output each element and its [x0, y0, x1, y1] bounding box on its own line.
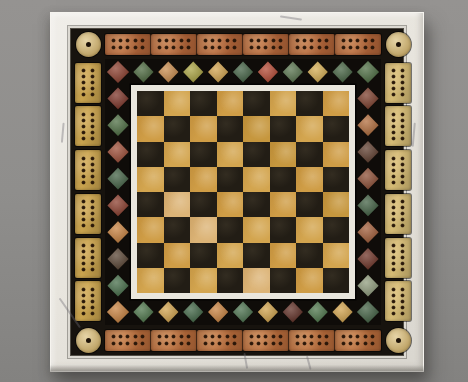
cribbage-block [385, 63, 411, 103]
mosaic-tile [132, 60, 156, 85]
cribbage-holes [75, 194, 101, 234]
chess-square-d3 [217, 217, 244, 242]
mosaic-corner [105, 59, 131, 85]
cribbage-holes [385, 281, 411, 321]
chess-square-g7 [296, 116, 323, 141]
chess-square-e4 [243, 192, 270, 217]
cribbage-hole [310, 39, 313, 42]
cribbage-band [71, 29, 403, 355]
mosaic-diamond [356, 300, 380, 324]
mosaic-diamond [106, 300, 130, 324]
mosaic-tile [132, 300, 156, 325]
cribbage-hole [401, 157, 404, 160]
cribbage-hole [82, 206, 85, 209]
chess-square-b6 [164, 142, 191, 167]
chess-square-d6 [217, 142, 244, 167]
mosaic-tile [106, 219, 131, 245]
mosaic-tile [281, 300, 305, 325]
cribbage-block [75, 194, 101, 234]
mosaic-tile [356, 86, 381, 112]
mosaic-tile [331, 60, 355, 85]
mosaic-diamond [107, 247, 130, 271]
cribbage-block [243, 34, 289, 55]
mosaic-diamond [107, 113, 130, 137]
cribbage-hole [82, 212, 85, 215]
mosaic-diamond [282, 301, 304, 324]
cribbage-hole [401, 125, 404, 128]
cribbage-hole [401, 300, 404, 303]
cribbage-hole [134, 342, 137, 345]
cribbage-hole [119, 335, 122, 338]
cribbage-block [151, 330, 197, 351]
cribbage-hole [401, 137, 404, 140]
cribbage-hole [187, 342, 190, 345]
cribbage-hole [218, 335, 221, 338]
chess-square-c8 [190, 91, 217, 116]
mosaic-diamond [232, 61, 254, 84]
cribbage-hole [401, 175, 404, 178]
mosaic-diamond [207, 301, 229, 324]
cribbage-holes [385, 106, 411, 146]
mosaic-tile [306, 60, 330, 85]
mosaic-strip-top [131, 59, 355, 85]
cribbage-hole [82, 268, 85, 271]
cribbage-hole [310, 342, 313, 345]
cribbage-hole [401, 87, 404, 90]
chess-square-h1 [323, 268, 350, 293]
cribbage-hole [250, 342, 253, 345]
chess-square-h4 [323, 192, 350, 217]
mosaic-diamond [307, 61, 329, 84]
cribbage-hole [91, 312, 94, 315]
cribbage-hole [82, 250, 85, 253]
cribbage-hole [82, 175, 85, 178]
mosaic-tile [106, 86, 131, 112]
cribbage-hole [401, 294, 404, 297]
mosaic-tile [106, 246, 131, 272]
cribbage-hole [392, 169, 395, 172]
cribbage-hole [172, 342, 175, 345]
cribbage-hole [91, 119, 94, 122]
mosaic-tile [256, 300, 280, 325]
chess-square-h6 [323, 142, 350, 167]
cribbage-hole [401, 206, 404, 209]
cribbage-hole [141, 342, 144, 345]
chess-square-h8 [323, 91, 350, 116]
mosaic-diamond [357, 113, 380, 137]
cribbage-block [385, 150, 411, 190]
chess-square-f6 [270, 142, 297, 167]
cribbage-hole [342, 46, 345, 49]
chess-square-h5 [323, 167, 350, 192]
chess-board [137, 91, 349, 293]
cribbage-hole [91, 200, 94, 203]
cribbage-hole [91, 87, 94, 90]
chess-square-b2 [164, 243, 191, 268]
cribbage-hole [158, 335, 161, 338]
chess-square-a3 [137, 217, 164, 242]
cribbage-hole [401, 113, 404, 116]
cribbage-hole [349, 46, 352, 49]
cribbage-hole [325, 335, 328, 338]
cribbage-hole [349, 39, 352, 42]
cribbage-hole [250, 335, 253, 338]
cribbage-hole [211, 335, 214, 338]
cribbage-holes [385, 150, 411, 190]
chess-square-b1 [164, 268, 191, 293]
cribbage-hole [91, 212, 94, 215]
cribbage-hole [112, 39, 115, 42]
cribbage-hole [401, 181, 404, 184]
mosaic-diamond [232, 301, 254, 324]
chess-square-a1 [137, 268, 164, 293]
mosaic-tile [181, 60, 205, 85]
mosaic-diamond [107, 167, 130, 191]
cribbage-hole [204, 335, 207, 338]
mosaic-diamond [106, 60, 130, 84]
cribbage-hole [112, 342, 115, 345]
cribbage-hole [392, 294, 395, 297]
cribbage-hole [91, 131, 94, 134]
cribbage-hole [82, 256, 85, 259]
mosaic-diamond [107, 194, 130, 218]
chess-square-e2 [243, 243, 270, 268]
cribbage-hole [401, 224, 404, 227]
cribbage-hole [392, 206, 395, 209]
mosaic-diamond [207, 61, 229, 84]
cribbage-hole [165, 39, 168, 42]
cribbage-hole [204, 46, 207, 49]
mosaic-tile [206, 300, 230, 325]
mosaic-diamond [357, 194, 380, 218]
cribbage-hole [233, 335, 236, 338]
chess-square-d5 [217, 167, 244, 192]
cribbage-hole [364, 335, 367, 338]
cribbage-hole [371, 46, 374, 49]
cribbage-hole [82, 218, 85, 221]
cribbage-hole [392, 137, 395, 140]
cribbage-holes [289, 34, 335, 55]
cribbage-hole [303, 39, 306, 42]
chess-frame [131, 85, 355, 299]
cribbage-hole [91, 300, 94, 303]
cribbage-hole [392, 244, 395, 247]
mosaic-diamond [157, 301, 179, 324]
cribbage-hole [392, 306, 395, 309]
mosaic-tile [106, 139, 131, 165]
mosaic-diamond [182, 301, 204, 324]
cribbage-block [197, 330, 243, 351]
cribbage-block [75, 238, 101, 278]
cribbage-holes [289, 330, 335, 351]
cribbage-hole [134, 335, 137, 338]
cribbage-hole [82, 137, 85, 140]
cribbage-hole [91, 113, 94, 116]
cribbage-block [75, 106, 101, 146]
chess-square-c3 [190, 217, 217, 242]
cribbage-hole [204, 39, 207, 42]
chess-square-e1 [243, 268, 270, 293]
cribbage-holes [197, 330, 243, 351]
mosaic-diamond [107, 87, 130, 111]
mosaic-strip-bottom [131, 299, 355, 325]
cribbage-hole [91, 250, 94, 253]
cribbage-hole [233, 39, 236, 42]
cribbage-hole [401, 256, 404, 259]
mosaic-diamond [257, 61, 279, 84]
chess-square-e5 [243, 167, 270, 192]
mosaic-corner [355, 299, 381, 325]
cribbage-hole [392, 125, 395, 128]
chess-square-d2 [217, 243, 244, 268]
cribbage-hole [91, 256, 94, 259]
cribbage-hole [172, 46, 175, 49]
chess-square-f4 [270, 192, 297, 217]
cribbage-hole [119, 39, 122, 42]
cribbage-hole [401, 218, 404, 221]
cribbage-hole [392, 262, 395, 265]
cribbage-holes [75, 106, 101, 146]
cribbage-hole [401, 250, 404, 253]
cribbage-hole [401, 81, 404, 84]
cribbage-hole [218, 342, 221, 345]
chess-square-g3 [296, 217, 323, 242]
cribbage-hole [279, 46, 282, 49]
cribbage-hole [264, 342, 267, 345]
games-board [50, 12, 424, 372]
mosaic-diamond [107, 140, 130, 164]
cribbage-start-disc [76, 32, 101, 57]
chess-square-f1 [270, 268, 297, 293]
cribbage-hole [91, 163, 94, 166]
cribbage-hole [401, 262, 404, 265]
cribbage-hole [356, 335, 359, 338]
cribbage-hole [296, 46, 299, 49]
cribbage-hole [187, 46, 190, 49]
cribbage-hole [272, 335, 275, 338]
cribbage-hole [119, 342, 122, 345]
cribbage-hole [165, 335, 168, 338]
cribbage-hole [392, 288, 395, 291]
cribbage-hole [226, 335, 229, 338]
mosaic-tile [256, 60, 280, 85]
cribbage-hole [392, 163, 395, 166]
cribbage-track-top [105, 29, 381, 59]
cribbage-start-disc [386, 32, 411, 57]
cribbage-hole [392, 200, 395, 203]
cribbage-hole [211, 46, 214, 49]
cribbage-corner-top-left [71, 29, 105, 59]
mosaic-diamond [107, 220, 130, 244]
mosaic-diamond [357, 274, 380, 298]
cribbage-hole [233, 342, 236, 345]
mosaic-diamond [107, 274, 130, 298]
mosaic-diamond [332, 61, 354, 84]
chess-square-g4 [296, 192, 323, 217]
mosaic-corner [355, 59, 381, 85]
cribbage-hole [211, 342, 214, 345]
cribbage-hole [91, 157, 94, 160]
chess-square-d4 [217, 192, 244, 217]
cribbage-hole [392, 119, 395, 122]
cribbage-block [289, 34, 335, 55]
chess-square-d7 [217, 116, 244, 141]
chess-square-g8 [296, 91, 323, 116]
cribbage-hole [82, 181, 85, 184]
board-centre [105, 59, 381, 325]
marble-vein [306, 356, 311, 370]
cribbage-hole [272, 39, 275, 42]
cribbage-hole [401, 93, 404, 96]
cribbage-holes [75, 238, 101, 278]
cribbage-hole [392, 131, 395, 134]
cribbage-hole [342, 342, 345, 345]
mosaic-border [105, 59, 381, 325]
cribbage-track-bottom [105, 325, 381, 355]
chess-square-g6 [296, 142, 323, 167]
chess-square-c1 [190, 268, 217, 293]
chess-square-c7 [190, 116, 217, 141]
chess-square-b4 [164, 192, 191, 217]
cribbage-hole [82, 163, 85, 166]
cribbage-hole [342, 39, 345, 42]
cribbage-hole [82, 200, 85, 203]
cribbage-block [385, 281, 411, 321]
cribbage-holes [243, 34, 289, 55]
cribbage-hole [392, 250, 395, 253]
mosaic-tile [306, 300, 330, 325]
chess-square-a7 [137, 116, 164, 141]
cribbage-hole [158, 39, 161, 42]
cribbage-holes [335, 330, 381, 351]
cribbage-hole [349, 342, 352, 345]
cribbage-hole [172, 39, 175, 42]
cribbage-hole [91, 224, 94, 227]
mosaic-diamond [282, 61, 304, 84]
cribbage-holes [151, 330, 197, 351]
chess-square-f5 [270, 167, 297, 192]
mosaic-tile [106, 166, 131, 192]
cribbage-block [289, 330, 335, 351]
cribbage-hole [141, 46, 144, 49]
chess-square-b8 [164, 91, 191, 116]
mosaic-diamond [357, 247, 380, 271]
cribbage-block [335, 34, 381, 55]
cribbage-hole [349, 335, 352, 338]
chess-square-a6 [137, 142, 164, 167]
cribbage-holes [335, 34, 381, 55]
cribbage-hole [180, 335, 183, 338]
cribbage-hole [356, 342, 359, 345]
cribbage-hole [91, 93, 94, 96]
cribbage-hole [318, 335, 321, 338]
mosaic-tile [181, 300, 205, 325]
cribbage-holes [243, 330, 289, 351]
cribbage-block [385, 106, 411, 146]
cribbage-block [243, 330, 289, 351]
cribbage-hole [272, 342, 275, 345]
mosaic-diamond [133, 301, 155, 324]
mosaic-tile [231, 60, 255, 85]
cribbage-hole [134, 46, 137, 49]
mosaic-diamond [133, 61, 155, 84]
chess-square-a8 [137, 91, 164, 116]
marble-vein [61, 123, 64, 143]
mosaic-tile [356, 273, 381, 299]
cribbage-hole [172, 335, 175, 338]
cribbage-hole [392, 81, 395, 84]
cribbage-hole [82, 169, 85, 172]
mosaic-strip-right [355, 85, 381, 299]
cribbage-hole [364, 39, 367, 42]
cribbage-hole [401, 312, 404, 315]
mosaic-diamond [356, 60, 380, 84]
cribbage-corner-bottom-left [71, 325, 105, 355]
cribbage-hole [82, 294, 85, 297]
mosaic-tile [356, 166, 381, 192]
cribbage-hole [226, 46, 229, 49]
cribbage-hole [165, 342, 168, 345]
mosaic-diamond [307, 301, 329, 324]
cribbage-hole [296, 39, 299, 42]
cribbage-hole [303, 46, 306, 49]
cribbage-hole [82, 119, 85, 122]
chess-square-h3 [323, 217, 350, 242]
cribbage-block [335, 330, 381, 351]
mosaic-strip-left [105, 85, 131, 299]
cribbage-hole [134, 39, 137, 42]
cribbage-hole [392, 69, 395, 72]
cribbage-hole [401, 131, 404, 134]
chess-square-c2 [190, 243, 217, 268]
cribbage-hole [392, 224, 395, 227]
cribbage-block [385, 238, 411, 278]
cribbage-hole [392, 113, 395, 116]
cribbage-holes [105, 34, 151, 55]
cribbage-hole [91, 262, 94, 265]
chess-square-g1 [296, 268, 323, 293]
chess-square-h7 [323, 116, 350, 141]
marble-vein [244, 353, 248, 369]
cribbage-corner-top-right [381, 29, 415, 59]
cribbage-hole [279, 335, 282, 338]
cribbage-hole [82, 113, 85, 116]
cribbage-hole [126, 46, 129, 49]
cribbage-hole [264, 39, 267, 42]
mosaic-tile [156, 300, 180, 325]
chess-square-f8 [270, 91, 297, 116]
cribbage-hole [325, 39, 328, 42]
cribbage-hole [303, 342, 306, 345]
cribbage-hole [91, 81, 94, 84]
cribbage-hole [82, 75, 85, 78]
cribbage-hole [371, 342, 374, 345]
cribbage-hole [401, 69, 404, 72]
cribbage-block [75, 150, 101, 190]
cribbage-track-right [381, 59, 415, 325]
cribbage-hole [392, 212, 395, 215]
mosaic-tile [356, 219, 381, 245]
cribbage-hole [325, 46, 328, 49]
cribbage-hole [371, 335, 374, 338]
cribbage-start-disc [386, 328, 411, 353]
mosaic-diamond [357, 220, 380, 244]
cribbage-hole [310, 335, 313, 338]
cribbage-hole [82, 157, 85, 160]
cribbage-hole [342, 335, 345, 338]
cribbage-block [105, 34, 151, 55]
chess-square-c4 [190, 192, 217, 217]
